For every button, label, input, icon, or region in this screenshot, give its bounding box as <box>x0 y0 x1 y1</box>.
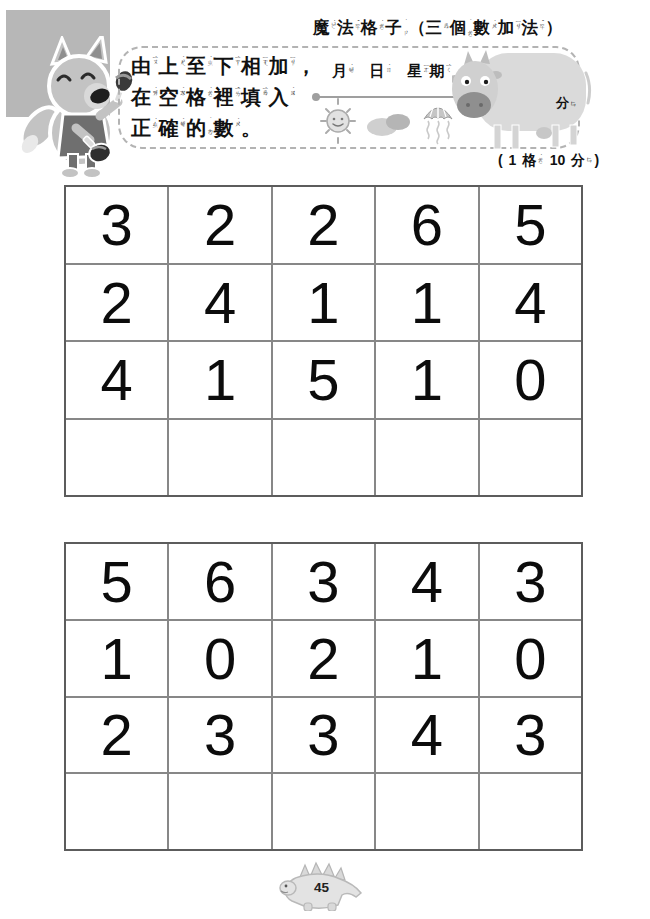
grid2-cell-r1c3: 1 <box>376 621 477 696</box>
grid2-cell-r2c1: 3 <box>169 698 270 773</box>
grid2-cell-r1c4: 0 <box>480 621 581 696</box>
addition-grid-1: 3 2 2 6 5 2 4 1 1 4 4 1 5 1 0 <box>64 185 583 497</box>
grid2-cell-r0c4: 3 <box>480 544 581 619</box>
grid1-cell-r0c1: 2 <box>169 187 270 263</box>
score-rule: ( 1 格ㄍㄜˊ 10 分ㄈㄣ) <box>498 151 601 169</box>
grid2-cell-r1c1: 0 <box>169 621 270 696</box>
grid1-cell-r2c2: 5 <box>273 342 374 418</box>
grid2-cell-r0c3: 4 <box>376 544 477 619</box>
grid1-answer-cell-c2[interactable] <box>273 420 374 496</box>
grid1-answer-cell-c1[interactable] <box>169 420 270 496</box>
grid2-cell-r0c0: 5 <box>66 544 167 619</box>
grid1-cell-r0c2: 2 <box>273 187 374 263</box>
grid1-cell-r0c4: 5 <box>480 187 581 263</box>
grid1-answer-cell-c3[interactable] <box>376 420 477 496</box>
cloud-icon <box>367 114 410 136</box>
score-unit-label: 分ㄈㄣ <box>556 95 577 112</box>
grid1-cell-r2c0: 4 <box>66 342 167 418</box>
grid2-cell-r1c0: 1 <box>66 621 167 696</box>
grid2-cell-r0c2: 3 <box>273 544 374 619</box>
grid2-answer-cell-c4[interactable] <box>480 774 581 849</box>
grid2-cell-r2c0: 2 <box>66 698 167 773</box>
page-number: 45 <box>314 880 329 895</box>
grid1-cell-r2c1: 1 <box>169 342 270 418</box>
weather-icons <box>320 95 472 147</box>
grid1-cell-r0c3: 6 <box>376 187 477 263</box>
grid1-answer-cell-c0[interactable] <box>66 420 167 496</box>
worksheet-page: 魔ㄇㄛˊ法ㄈㄚˇ格ㄍㄜˊ子˙ㄗ（三ㄙㄢ個˙ㄍㄜ數ㄕㄨˋ加ㄐㄧㄚ法ㄈㄚˇ） 由ㄧㄡ… <box>0 0 650 919</box>
grid1-cell-r2c4: 0 <box>480 342 581 418</box>
page-title: 魔ㄇㄛˊ法ㄈㄚˇ格ㄍㄜˊ子˙ㄗ（三ㄙㄢ個˙ㄍㄜ數ㄕㄨˋ加ㄐㄧㄚ法ㄈㄚˇ） <box>313 17 562 38</box>
grid1-cell-r1c4: 4 <box>480 265 581 341</box>
grid1-answer-cell-c4[interactable] <box>480 420 581 496</box>
addition-grid-2: 5 6 3 4 3 1 0 2 1 0 2 3 3 4 3 <box>64 542 583 851</box>
instruction-line-1: 由ㄧㄡˊ上ㄕㄤˋ至ㄓˋ下ㄒㄧㄚˋ相ㄒㄧㄤ加ㄐㄧㄚ， <box>131 53 316 84</box>
grid2-answer-cell-c2[interactable] <box>273 774 374 849</box>
sun-icon <box>321 99 355 143</box>
grid2-cell-r0c1: 6 <box>169 544 270 619</box>
grid1-cell-r1c1: 4 <box>169 265 270 341</box>
grid2-cell-r2c2: 3 <box>273 698 374 773</box>
instruction-text: 由ㄧㄡˊ上ㄕㄤˋ至ㄓˋ下ㄒㄧㄚˋ相ㄒㄧㄤ加ㄐㄧㄚ， 在ㄗㄞˋ空ㄎㄨㄥˋ格ㄍㄜˊ裡… <box>131 53 316 146</box>
grid1-cell-r1c0: 2 <box>66 265 167 341</box>
grid2-cell-r2c4: 3 <box>480 698 581 773</box>
grid2-answer-cell-c0[interactable] <box>66 774 167 849</box>
date-labels: 月ㄩㄝˋ 日ㄖˋ 星ㄒㄧㄥ期ㄑㄧˊ <box>332 61 452 81</box>
grid2-cell-r1c2: 2 <box>273 621 374 696</box>
grid1-cell-r1c2: 1 <box>273 265 374 341</box>
grid2-answer-cell-c3[interactable] <box>376 774 477 849</box>
grid1-cell-r0c0: 3 <box>66 187 167 263</box>
grid2-answer-cell-c1[interactable] <box>169 774 270 849</box>
grid1-cell-r1c3: 1 <box>376 265 477 341</box>
umbrella-icon <box>424 101 452 144</box>
instruction-line-3: 正ㄓㄥˋ確ㄑㄩㄝˋ的˙ㄉㄜ數ㄕㄨˋ。 <box>131 115 316 146</box>
grid2-cell-r2c3: 4 <box>376 698 477 773</box>
instruction-line-2: 在ㄗㄞˋ空ㄎㄨㄥˋ格ㄍㄜˊ裡ㄌㄧˇ填ㄊㄧㄢˊ入ㄖㄨˋ <box>131 84 316 115</box>
grid1-cell-r2c3: 1 <box>376 342 477 418</box>
